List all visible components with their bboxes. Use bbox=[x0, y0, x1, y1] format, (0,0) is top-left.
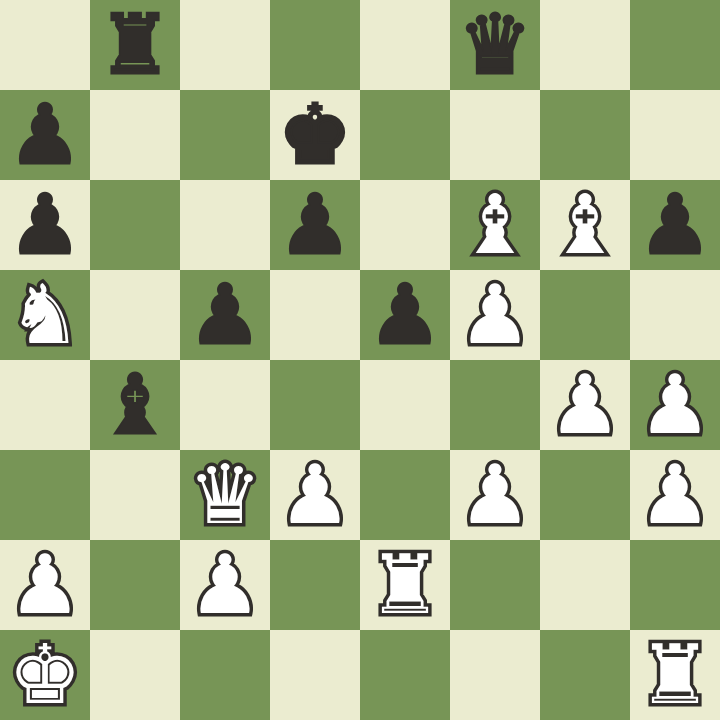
piece-white-pawn[interactable]: ♟ bbox=[638, 360, 712, 450]
square-h4[interactable]: ♟ bbox=[630, 360, 720, 450]
square-c8[interactable] bbox=[180, 0, 270, 90]
square-c7[interactable] bbox=[180, 90, 270, 180]
square-e6[interactable] bbox=[360, 180, 450, 270]
piece-white-rook[interactable]: ♜ bbox=[638, 630, 712, 720]
square-g7[interactable] bbox=[540, 90, 630, 180]
square-c2[interactable]: ♟ bbox=[180, 540, 270, 630]
piece-black-pawn[interactable]: ♟ bbox=[638, 180, 712, 270]
piece-white-king[interactable]: ♚ bbox=[8, 630, 82, 720]
square-a3[interactable] bbox=[0, 450, 90, 540]
square-h5[interactable] bbox=[630, 270, 720, 360]
piece-black-pawn[interactable]: ♟ bbox=[368, 270, 442, 360]
square-e3[interactable] bbox=[360, 450, 450, 540]
square-a2[interactable]: ♟ bbox=[0, 540, 90, 630]
piece-white-pawn[interactable]: ♟ bbox=[638, 450, 712, 540]
square-d6[interactable]: ♟ bbox=[270, 180, 360, 270]
square-d4[interactable] bbox=[270, 360, 360, 450]
square-g3[interactable] bbox=[540, 450, 630, 540]
square-e2[interactable]: ♜ bbox=[360, 540, 450, 630]
square-g1[interactable] bbox=[540, 630, 630, 720]
square-e1[interactable] bbox=[360, 630, 450, 720]
square-a5[interactable]: ♞ bbox=[0, 270, 90, 360]
square-c4[interactable] bbox=[180, 360, 270, 450]
square-h3[interactable]: ♟ bbox=[630, 450, 720, 540]
square-h6[interactable]: ♟ bbox=[630, 180, 720, 270]
square-a8[interactable] bbox=[0, 0, 90, 90]
square-d2[interactable] bbox=[270, 540, 360, 630]
square-b2[interactable] bbox=[90, 540, 180, 630]
square-f4[interactable] bbox=[450, 360, 540, 450]
square-h1[interactable]: ♜ bbox=[630, 630, 720, 720]
square-b3[interactable] bbox=[90, 450, 180, 540]
square-f1[interactable] bbox=[450, 630, 540, 720]
square-c3[interactable]: ♛ bbox=[180, 450, 270, 540]
piece-black-king[interactable]: ♚ bbox=[278, 90, 352, 180]
square-d5[interactable] bbox=[270, 270, 360, 360]
square-d8[interactable] bbox=[270, 0, 360, 90]
square-e7[interactable] bbox=[360, 90, 450, 180]
piece-white-knight[interactable]: ♞ bbox=[8, 270, 82, 360]
piece-white-pawn[interactable]: ♟ bbox=[278, 450, 352, 540]
piece-white-bishop[interactable]: ♝ bbox=[548, 180, 622, 270]
piece-white-queen[interactable]: ♛ bbox=[188, 450, 262, 540]
square-b4[interactable]: ♝ bbox=[90, 360, 180, 450]
square-f7[interactable] bbox=[450, 90, 540, 180]
piece-black-pawn[interactable]: ♟ bbox=[8, 90, 82, 180]
square-c5[interactable]: ♟ bbox=[180, 270, 270, 360]
square-c6[interactable] bbox=[180, 180, 270, 270]
square-g6[interactable]: ♝ bbox=[540, 180, 630, 270]
square-b8[interactable]: ♜ bbox=[90, 0, 180, 90]
square-a1[interactable]: ♚ bbox=[0, 630, 90, 720]
piece-black-rook[interactable]: ♜ bbox=[98, 0, 172, 90]
square-f3[interactable]: ♟ bbox=[450, 450, 540, 540]
square-b1[interactable] bbox=[90, 630, 180, 720]
piece-white-pawn[interactable]: ♟ bbox=[458, 270, 532, 360]
square-e5[interactable]: ♟ bbox=[360, 270, 450, 360]
square-a6[interactable]: ♟ bbox=[0, 180, 90, 270]
square-b5[interactable] bbox=[90, 270, 180, 360]
piece-black-pawn[interactable]: ♟ bbox=[188, 270, 262, 360]
square-f8[interactable]: ♛ bbox=[450, 0, 540, 90]
piece-white-rook[interactable]: ♜ bbox=[368, 540, 442, 630]
square-d3[interactable]: ♟ bbox=[270, 450, 360, 540]
square-a4[interactable] bbox=[0, 360, 90, 450]
piece-black-pawn[interactable]: ♟ bbox=[8, 180, 82, 270]
piece-white-pawn[interactable]: ♟ bbox=[458, 450, 532, 540]
piece-white-pawn[interactable]: ♟ bbox=[8, 540, 82, 630]
piece-black-bishop[interactable]: ♝ bbox=[98, 360, 172, 450]
square-f2[interactable] bbox=[450, 540, 540, 630]
square-g8[interactable] bbox=[540, 0, 630, 90]
piece-white-bishop[interactable]: ♝ bbox=[458, 180, 532, 270]
square-e8[interactable] bbox=[360, 0, 450, 90]
square-g4[interactable]: ♟ bbox=[540, 360, 630, 450]
square-d7[interactable]: ♚ bbox=[270, 90, 360, 180]
square-f6[interactable]: ♝ bbox=[450, 180, 540, 270]
square-g2[interactable] bbox=[540, 540, 630, 630]
square-h7[interactable] bbox=[630, 90, 720, 180]
piece-black-pawn[interactable]: ♟ bbox=[278, 180, 352, 270]
square-a7[interactable]: ♟ bbox=[0, 90, 90, 180]
chess-board: ♜♛♟♚♟♟♝♝♟♞♟♟♟♝♟♟♛♟♟♟♟♟♜♚♜ bbox=[0, 0, 720, 720]
square-f5[interactable]: ♟ bbox=[450, 270, 540, 360]
piece-black-queen[interactable]: ♛ bbox=[458, 0, 532, 90]
square-e4[interactable] bbox=[360, 360, 450, 450]
piece-white-pawn[interactable]: ♟ bbox=[188, 540, 262, 630]
square-h2[interactable] bbox=[630, 540, 720, 630]
square-g5[interactable] bbox=[540, 270, 630, 360]
square-d1[interactable] bbox=[270, 630, 360, 720]
square-c1[interactable] bbox=[180, 630, 270, 720]
piece-white-pawn[interactable]: ♟ bbox=[548, 360, 622, 450]
square-b6[interactable] bbox=[90, 180, 180, 270]
square-h8[interactable] bbox=[630, 0, 720, 90]
square-b7[interactable] bbox=[90, 90, 180, 180]
